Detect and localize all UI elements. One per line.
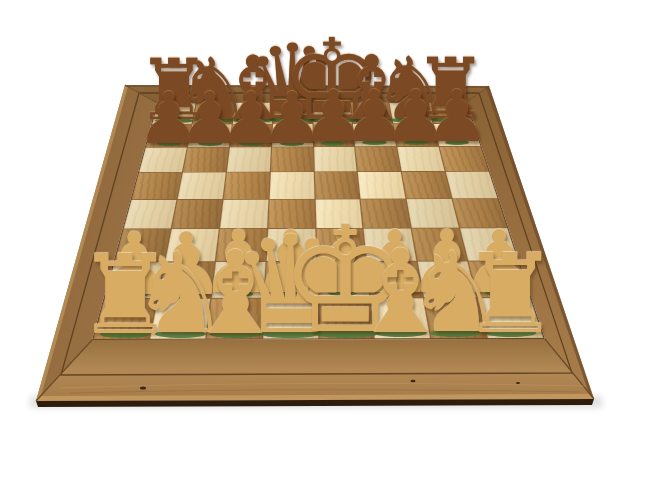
wood-knot	[516, 382, 520, 384]
wood-knot	[140, 387, 146, 390]
square-c5[interactable]	[223, 172, 269, 199]
square-a5[interactable]	[132, 172, 182, 199]
square-b5[interactable]	[178, 172, 226, 199]
wood-knot	[411, 380, 416, 382]
piece-black-pawn-h7[interactable]: ♟	[425, 90, 489, 144]
chess-scene: ♜♞♝♛♚♝♞♜♟♟♟♟♟♟♟♟♟♟♟♟♟♟♟♟♜♞♝♛♚♝♞♜	[0, 0, 652, 489]
square-h5[interactable]	[446, 171, 497, 198]
piece-white-rook-h1[interactable]: ♜	[461, 253, 559, 335]
